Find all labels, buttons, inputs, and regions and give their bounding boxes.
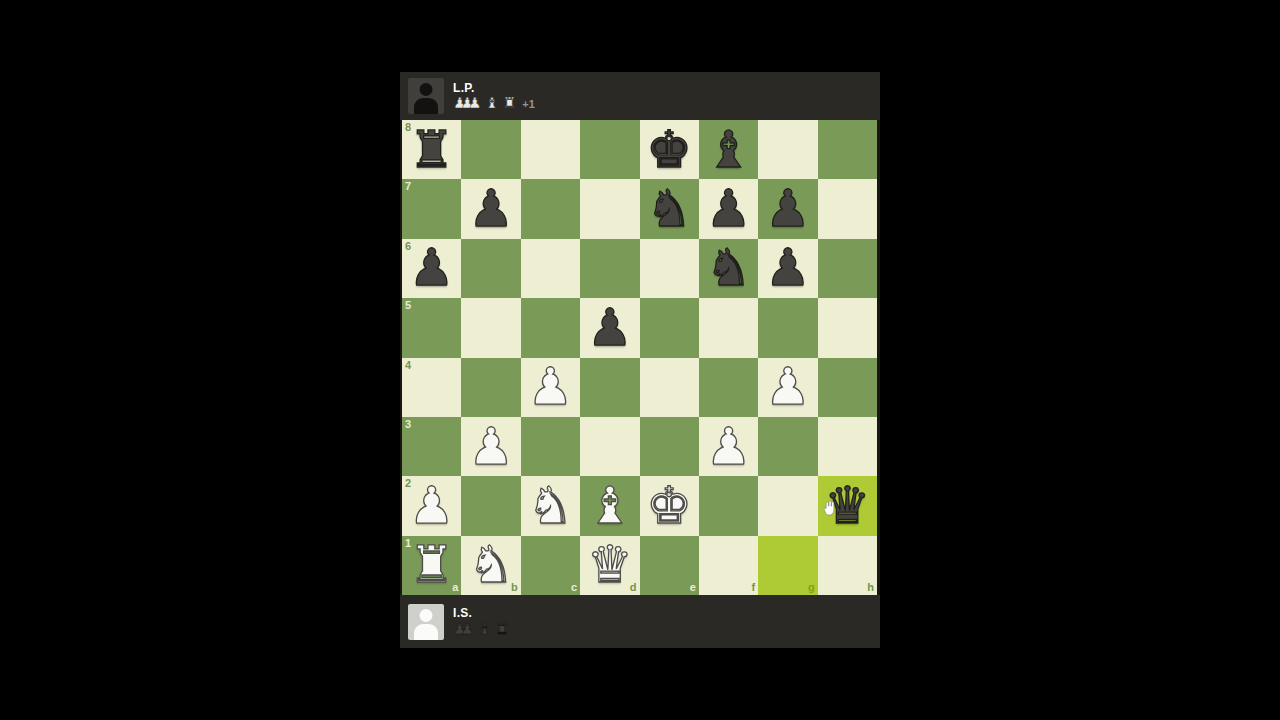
bottom-player-info: I.S. ♟♟♝♜: [453, 606, 509, 637]
square-b2[interactable]: [461, 476, 520, 535]
square-b5[interactable]: [461, 298, 520, 357]
white-queen[interactable]: ♛: [587, 537, 633, 593]
square-g1[interactable]: g: [758, 536, 817, 595]
square-h4[interactable]: [818, 358, 877, 417]
square-f4[interactable]: [699, 358, 758, 417]
top-player-info: L.P. ♟♟♟♝♜ +1: [453, 81, 535, 112]
white-knight[interactable]: ♞: [468, 537, 514, 593]
white-pawn[interactable]: ♟: [706, 419, 752, 475]
white-pawn[interactable]: ♟: [409, 478, 455, 534]
square-d2[interactable]: ♝: [580, 476, 639, 535]
square-g4[interactable]: ♟: [758, 358, 817, 417]
captured-pawn-icon: ♟: [468, 96, 481, 111]
square-e8[interactable]: ♚: [640, 120, 699, 179]
white-king[interactable]: ♚: [646, 478, 692, 534]
square-c4[interactable]: ♟: [521, 358, 580, 417]
square-g2[interactable]: [758, 476, 817, 535]
black-pawn[interactable]: ♟: [765, 181, 811, 237]
square-f7[interactable]: ♟: [699, 179, 758, 238]
black-pawn[interactable]: ♟: [765, 240, 811, 296]
square-h8[interactable]: [818, 120, 877, 179]
coordinate-label-c: c: [571, 582, 577, 593]
square-a6[interactable]: 6♟: [402, 239, 461, 298]
coordinate-label-2: 2: [405, 478, 411, 489]
bottom-player-name: I.S.: [453, 606, 509, 620]
black-bishop[interactable]: ♝: [706, 122, 752, 178]
coordinate-label-6: 6: [405, 241, 411, 252]
hand-cursor-icon: [823, 500, 837, 516]
avatar-person-icon: [414, 624, 438, 640]
square-d5[interactable]: ♟: [580, 298, 639, 357]
chess-board[interactable]: 8♜♚♝7♟♞♟♟6♟♞♟5♟4♟♟3♟♟2♟♞♝♚♛1a♜b♞cd♛efgh: [402, 120, 877, 595]
coordinate-label-a: a: [452, 582, 458, 593]
top-captured-icons: ♟♟♟♝♜: [453, 96, 516, 111]
coordinate-label-f: f: [752, 582, 756, 593]
square-d6[interactable]: [580, 239, 639, 298]
square-c3[interactable]: [521, 417, 580, 476]
white-pawn[interactable]: ♟: [528, 359, 574, 415]
white-bishop[interactable]: ♝: [587, 478, 633, 534]
avatar-person-icon: [414, 98, 438, 114]
square-a8[interactable]: 8♜: [402, 120, 461, 179]
square-d8[interactable]: [580, 120, 639, 179]
coordinate-label-b: b: [511, 582, 518, 593]
square-f2[interactable]: [699, 476, 758, 535]
square-f3[interactable]: ♟: [699, 417, 758, 476]
white-knight[interactable]: ♞: [528, 478, 574, 534]
captured-pawn-icon: ♟: [460, 622, 473, 637]
bottom-player-avatar[interactable]: [408, 604, 444, 640]
white-pawn[interactable]: ♟: [765, 359, 811, 415]
square-h6[interactable]: [818, 239, 877, 298]
square-g6[interactable]: ♟: [758, 239, 817, 298]
square-d3[interactable]: [580, 417, 639, 476]
avatar-person-icon: [420, 609, 433, 622]
square-a3[interactable]: 3: [402, 417, 461, 476]
square-b8[interactable]: [461, 120, 520, 179]
square-c5[interactable]: [521, 298, 580, 357]
top-player-captured-row: ♟♟♟♝♜ +1: [453, 96, 535, 112]
black-pawn[interactable]: ♟: [587, 300, 633, 356]
top-player-name: L.P.: [453, 81, 535, 95]
square-e2[interactable]: ♚: [640, 476, 699, 535]
square-d7[interactable]: [580, 179, 639, 238]
coordinate-label-e: e: [690, 582, 696, 593]
captured-bishop-icon: ♝: [485, 96, 498, 111]
black-king[interactable]: ♚: [646, 122, 692, 178]
square-d1[interactable]: d♛: [580, 536, 639, 595]
black-pawn[interactable]: ♟: [706, 181, 752, 237]
square-e5[interactable]: [640, 298, 699, 357]
square-a2[interactable]: 2♟: [402, 476, 461, 535]
coordinate-label-1: 1: [405, 538, 411, 549]
captured-bishop-icon: ♝: [478, 622, 491, 637]
black-pawn[interactable]: ♟: [409, 240, 455, 296]
square-c1[interactable]: c: [521, 536, 580, 595]
square-c7[interactable]: [521, 179, 580, 238]
square-b4[interactable]: [461, 358, 520, 417]
chess-app-panel: L.P. ♟♟♟♝♜ +1 8♜♚♝7♟♞♟♟6♟♞♟5♟4♟♟3♟♟2♟♞♝♚…: [400, 72, 880, 648]
white-rook[interactable]: ♜: [409, 537, 455, 593]
square-h1[interactable]: h: [818, 536, 877, 595]
square-e4[interactable]: [640, 358, 699, 417]
black-queen[interactable]: ♛: [824, 478, 870, 534]
square-f5[interactable]: [699, 298, 758, 357]
coordinate-label-7: 7: [405, 181, 411, 192]
square-b3[interactable]: ♟: [461, 417, 520, 476]
coordinate-label-8: 8: [405, 122, 411, 133]
top-player-avatar[interactable]: [408, 78, 444, 114]
square-h2[interactable]: ♛: [818, 476, 877, 535]
video-frame: L.P. ♟♟♟♝♜ +1 8♜♚♝7♟♞♟♟6♟♞♟5♟4♟♟3♟♟2♟♞♝♚…: [0, 0, 1280, 720]
avatar-person-icon: [420, 83, 433, 96]
square-d4[interactable]: [580, 358, 639, 417]
coordinate-label-g: g: [808, 582, 815, 593]
coordinate-label-h: h: [867, 582, 874, 593]
square-a1[interactable]: 1a♜: [402, 536, 461, 595]
square-f6[interactable]: ♞: [699, 239, 758, 298]
black-pawn[interactable]: ♟: [468, 181, 514, 237]
square-h7[interactable]: [818, 179, 877, 238]
square-e7[interactable]: ♞: [640, 179, 699, 238]
square-b7[interactable]: ♟: [461, 179, 520, 238]
square-h3[interactable]: [818, 417, 877, 476]
coordinate-label-3: 3: [405, 419, 411, 430]
square-g8[interactable]: [758, 120, 817, 179]
square-c6[interactable]: [521, 239, 580, 298]
bottom-captured-icons: ♟♟♝♜: [453, 622, 509, 637]
square-c2[interactable]: ♞: [521, 476, 580, 535]
square-g5[interactable]: [758, 298, 817, 357]
coordinate-label-5: 5: [405, 300, 411, 311]
square-b6[interactable]: [461, 239, 520, 298]
coordinate-label-4: 4: [405, 360, 411, 371]
captured-rook-icon: ♜: [495, 622, 508, 637]
black-knight[interactable]: ♞: [646, 181, 692, 237]
white-pawn[interactable]: ♟: [468, 419, 514, 475]
square-c8[interactable]: [521, 120, 580, 179]
material-score-badge: +1: [522, 98, 535, 110]
captured-rook-icon: ♜: [503, 96, 516, 111]
square-e6[interactable]: [640, 239, 699, 298]
square-a4[interactable]: 4: [402, 358, 461, 417]
coordinate-label-d: d: [630, 582, 637, 593]
top-player-bar: L.P. ♟♟♟♝♜ +1: [400, 72, 880, 120]
square-a7[interactable]: 7: [402, 179, 461, 238]
square-b1[interactable]: b♞: [461, 536, 520, 595]
square-f1[interactable]: f: [699, 536, 758, 595]
black-knight[interactable]: ♞: [706, 240, 752, 296]
square-a5[interactable]: 5: [402, 298, 461, 357]
square-g3[interactable]: [758, 417, 817, 476]
square-e3[interactable]: [640, 417, 699, 476]
square-h5[interactable]: [818, 298, 877, 357]
black-rook[interactable]: ♜: [409, 122, 455, 178]
bottom-player-captured-row: ♟♟♝♜: [453, 621, 509, 637]
square-f8[interactable]: ♝: [699, 120, 758, 179]
bottom-player-bar: I.S. ♟♟♝♜: [400, 595, 880, 648]
square-g7[interactable]: ♟: [758, 179, 817, 238]
square-e1[interactable]: e: [640, 536, 699, 595]
